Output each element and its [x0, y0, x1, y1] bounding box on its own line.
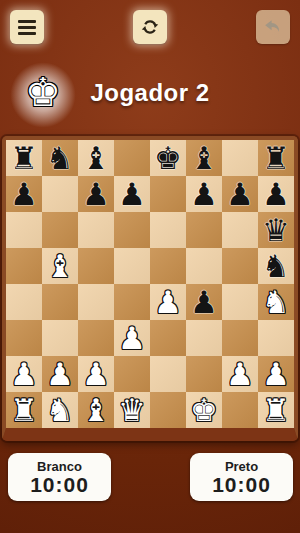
piece-white-bishop: ♝	[46, 248, 74, 284]
piece-white-pawn: ♟	[226, 356, 254, 392]
square-a1[interactable]: ♜	[6, 392, 42, 428]
square-e1[interactable]	[150, 392, 186, 428]
square-c6[interactable]	[78, 212, 114, 248]
square-f8[interactable]: ♝	[186, 140, 222, 176]
white-clock[interactable]: Branco 10:00	[8, 453, 111, 501]
square-f3[interactable]	[186, 320, 222, 356]
square-b1[interactable]: ♞	[42, 392, 78, 428]
square-a6[interactable]	[6, 212, 42, 248]
piece-black-queen: ♛	[262, 212, 290, 248]
refresh-icon	[139, 16, 161, 38]
square-h2[interactable]: ♟	[258, 356, 294, 392]
undo-icon	[262, 16, 284, 38]
square-e4[interactable]: ♟	[150, 284, 186, 320]
square-h8[interactable]: ♜	[258, 140, 294, 176]
piece-white-pawn: ♟	[46, 356, 74, 392]
piece-white-rook: ♜	[10, 392, 38, 428]
piece-white-queen: ♛	[118, 392, 146, 428]
square-h7[interactable]: ♟	[258, 176, 294, 212]
piece-black-bishop: ♝	[82, 140, 110, 176]
white-clock-label: Branco	[37, 459, 82, 474]
square-e7[interactable]	[150, 176, 186, 212]
piece-white-pawn: ♟	[118, 320, 146, 356]
square-h5[interactable]: ♞	[258, 248, 294, 284]
square-d4[interactable]	[114, 284, 150, 320]
piece-black-rook: ♜	[10, 140, 38, 176]
square-a3[interactable]	[6, 320, 42, 356]
square-a8[interactable]: ♜	[6, 140, 42, 176]
black-clock-time: 10:00	[212, 474, 271, 496]
piece-black-bishop: ♝	[190, 140, 218, 176]
square-g4[interactable]	[222, 284, 258, 320]
square-e5[interactable]	[150, 248, 186, 284]
square-h1[interactable]: ♜	[258, 392, 294, 428]
black-clock-label: Preto	[225, 459, 258, 474]
piece-black-king: ♚	[154, 140, 182, 176]
square-c1[interactable]: ♝	[78, 392, 114, 428]
square-h4[interactable]: ♞	[258, 284, 294, 320]
piece-black-knight: ♞	[262, 248, 290, 284]
black-clock[interactable]: Preto 10:00	[190, 453, 293, 501]
piece-white-knight: ♞	[46, 392, 74, 428]
white-clock-time: 10:00	[30, 474, 89, 496]
square-b5[interactable]: ♝	[42, 248, 78, 284]
piece-black-pawn: ♟	[82, 176, 110, 212]
square-d7[interactable]: ♟	[114, 176, 150, 212]
square-d3[interactable]: ♟	[114, 320, 150, 356]
square-a2[interactable]: ♟	[6, 356, 42, 392]
square-g6[interactable]	[222, 212, 258, 248]
square-e3[interactable]	[150, 320, 186, 356]
square-f6[interactable]	[186, 212, 222, 248]
square-a5[interactable]	[6, 248, 42, 284]
square-b8[interactable]: ♞	[42, 140, 78, 176]
menu-button[interactable]	[10, 10, 44, 44]
square-e2[interactable]	[150, 356, 186, 392]
square-e6[interactable]	[150, 212, 186, 248]
piece-black-pawn: ♟	[262, 176, 290, 212]
square-d6[interactable]	[114, 212, 150, 248]
piece-white-pawn: ♟	[10, 356, 38, 392]
piece-black-knight: ♞	[46, 140, 74, 176]
piece-white-bishop: ♝	[82, 392, 110, 428]
player-title: Jogador 2	[0, 79, 300, 107]
square-d5[interactable]	[114, 248, 150, 284]
square-d1[interactable]: ♛	[114, 392, 150, 428]
square-g3[interactable]	[222, 320, 258, 356]
piece-black-pawn: ♟	[118, 176, 146, 212]
square-d8[interactable]	[114, 140, 150, 176]
square-f2[interactable]	[186, 356, 222, 392]
square-c8[interactable]: ♝	[78, 140, 114, 176]
square-h3[interactable]	[258, 320, 294, 356]
square-c4[interactable]	[78, 284, 114, 320]
piece-white-pawn: ♟	[262, 356, 290, 392]
piece-white-pawn: ♟	[154, 284, 182, 320]
square-g5[interactable]	[222, 248, 258, 284]
piece-white-knight: ♞	[262, 284, 290, 320]
square-f5[interactable]	[186, 248, 222, 284]
app-screen: ♚ Jogador 2 ♜♞♝♚♝♜♟♟♟♟♟♟♛♝♞♟♟♞♟♟♟♟♟♟♜♞♝♛…	[0, 0, 300, 533]
square-b7[interactable]	[42, 176, 78, 212]
undo-button[interactable]	[256, 10, 290, 44]
square-b3[interactable]	[42, 320, 78, 356]
restart-button[interactable]	[133, 10, 167, 44]
piece-white-pawn: ♟	[82, 356, 110, 392]
square-a7[interactable]: ♟	[6, 176, 42, 212]
square-f7[interactable]: ♟	[186, 176, 222, 212]
square-b2[interactable]: ♟	[42, 356, 78, 392]
hamburger-menu-icon	[18, 20, 36, 35]
piece-black-pawn: ♟	[190, 176, 218, 212]
square-g7[interactable]: ♟	[222, 176, 258, 212]
square-a4[interactable]	[6, 284, 42, 320]
piece-black-rook: ♜	[262, 140, 290, 176]
square-b6[interactable]	[42, 212, 78, 248]
square-g8[interactable]	[222, 140, 258, 176]
square-d2[interactable]	[114, 356, 150, 392]
chess-board: ♜♞♝♚♝♜♟♟♟♟♟♟♛♝♞♟♟♞♟♟♟♟♟♟♜♞♝♛♚♜	[2, 136, 298, 441]
piece-white-king: ♚	[190, 392, 218, 428]
square-c3[interactable]	[78, 320, 114, 356]
square-g1[interactable]	[222, 392, 258, 428]
square-g2[interactable]: ♟	[222, 356, 258, 392]
square-e8[interactable]: ♚	[150, 140, 186, 176]
square-f4[interactable]: ♟	[186, 284, 222, 320]
piece-black-pawn: ♟	[226, 176, 254, 212]
chess-board-grid: ♜♞♝♚♝♜♟♟♟♟♟♟♛♝♞♟♟♞♟♟♟♟♟♟♜♞♝♛♚♜	[6, 140, 294, 428]
square-b4[interactable]	[42, 284, 78, 320]
piece-white-rook: ♜	[262, 392, 290, 428]
piece-black-pawn: ♟	[190, 284, 218, 320]
square-h6[interactable]: ♛	[258, 212, 294, 248]
square-c5[interactable]	[78, 248, 114, 284]
square-c7[interactable]: ♟	[78, 176, 114, 212]
square-c2[interactable]: ♟	[78, 356, 114, 392]
square-f1[interactable]: ♚	[186, 392, 222, 428]
piece-black-pawn: ♟	[10, 176, 38, 212]
